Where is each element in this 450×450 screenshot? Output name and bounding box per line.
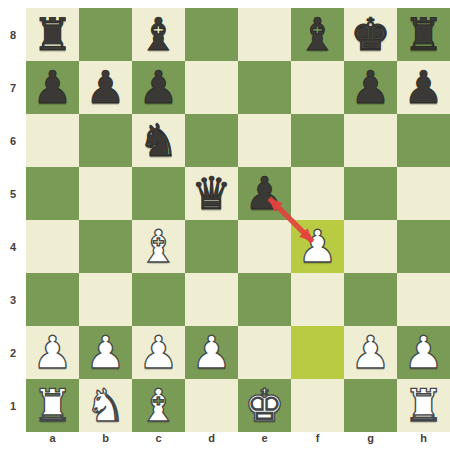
square-h6[interactable] (397, 114, 450, 167)
square-d8[interactable] (185, 8, 238, 61)
square-a1[interactable]: ♜ (26, 379, 79, 432)
file-label-b: b (79, 432, 132, 449)
file-label-h: h (397, 432, 450, 449)
white-pawn[interactable]: ♟ (344, 326, 397, 379)
black-king[interactable]: ♚ (344, 8, 397, 61)
square-h3[interactable] (397, 273, 450, 326)
square-b8[interactable] (79, 8, 132, 61)
white-bishop[interactable]: ♝ (132, 379, 185, 432)
square-b6[interactable] (79, 114, 132, 167)
white-pawn[interactable]: ♟ (79, 326, 132, 379)
square-d4[interactable] (185, 220, 238, 273)
white-knight[interactable]: ♞ (79, 379, 132, 432)
white-pawn[interactable]: ♟ (132, 326, 185, 379)
square-e6[interactable] (238, 114, 291, 167)
square-a5[interactable] (26, 167, 79, 220)
square-c7[interactable]: ♟ (132, 61, 185, 114)
rank-label-8: 8 (0, 8, 26, 61)
square-a7[interactable]: ♟ (26, 61, 79, 114)
square-e1[interactable]: ♚ (238, 379, 291, 432)
rank-label-1: 1 (0, 379, 26, 432)
square-f8[interactable]: ♝ (291, 8, 344, 61)
square-d5[interactable]: ♛ (185, 167, 238, 220)
square-g5[interactable] (344, 167, 397, 220)
black-bishop[interactable]: ♝ (291, 8, 344, 61)
black-pawn[interactable]: ♟ (344, 61, 397, 114)
square-c5[interactable] (132, 167, 185, 220)
black-pawn[interactable]: ♟ (132, 61, 185, 114)
square-h8[interactable]: ♜ (397, 8, 450, 61)
white-pawn[interactable]: ♟ (397, 326, 450, 379)
square-c6[interactable]: ♞ (132, 114, 185, 167)
rank-label-6: 6 (0, 114, 26, 167)
chess-board[interactable]: ♜♝♝♚♜♟♟♟♟♟♞♛♟♝♟♟♟♟♟♟♟♜♞♝♚♜ (26, 8, 450, 432)
square-c1[interactable]: ♝ (132, 379, 185, 432)
square-g7[interactable]: ♟ (344, 61, 397, 114)
square-e5[interactable]: ♟ (238, 167, 291, 220)
rank-label-7: 7 (0, 61, 26, 114)
rank-label-3: 3 (0, 273, 26, 326)
square-a6[interactable] (26, 114, 79, 167)
file-label-f: f (291, 432, 344, 449)
file-label-a: a (26, 432, 79, 449)
square-f5[interactable] (291, 167, 344, 220)
square-g6[interactable] (344, 114, 397, 167)
square-g1[interactable] (344, 379, 397, 432)
square-d6[interactable] (185, 114, 238, 167)
square-c4[interactable]: ♝ (132, 220, 185, 273)
square-h5[interactable] (397, 167, 450, 220)
black-rook[interactable]: ♜ (26, 8, 79, 61)
square-c8[interactable]: ♝ (132, 8, 185, 61)
square-f3[interactable] (291, 273, 344, 326)
square-f7[interactable] (291, 61, 344, 114)
square-a2[interactable]: ♟ (26, 326, 79, 379)
white-rook[interactable]: ♜ (26, 379, 79, 432)
file-label-c: c (132, 432, 185, 449)
square-f4[interactable]: ♟ (291, 220, 344, 273)
square-f6[interactable] (291, 114, 344, 167)
white-pawn[interactable]: ♟ (291, 220, 344, 273)
square-f1[interactable] (291, 379, 344, 432)
file-label-e: e (238, 432, 291, 449)
square-f2[interactable] (291, 326, 344, 379)
rank-labels: 87654321 (0, 8, 26, 432)
square-d3[interactable] (185, 273, 238, 326)
black-pawn[interactable]: ♟ (26, 61, 79, 114)
black-bishop[interactable]: ♝ (132, 8, 185, 61)
square-e4[interactable] (238, 220, 291, 273)
square-g8[interactable]: ♚ (344, 8, 397, 61)
square-a3[interactable] (26, 273, 79, 326)
file-label-d: d (185, 432, 238, 449)
square-c3[interactable] (132, 273, 185, 326)
black-pawn[interactable]: ♟ (238, 167, 291, 220)
square-c2[interactable]: ♟ (132, 326, 185, 379)
square-g3[interactable] (344, 273, 397, 326)
black-rook[interactable]: ♜ (397, 8, 450, 61)
square-d2[interactable]: ♟ (185, 326, 238, 379)
square-e8[interactable] (238, 8, 291, 61)
rank-label-2: 2 (0, 326, 26, 379)
square-b4[interactable] (79, 220, 132, 273)
white-pawn[interactable]: ♟ (185, 326, 238, 379)
square-b1[interactable]: ♞ (79, 379, 132, 432)
square-h2[interactable]: ♟ (397, 326, 450, 379)
white-pawn[interactable]: ♟ (26, 326, 79, 379)
rank-label-4: 4 (0, 220, 26, 273)
file-labels: abcdefgh (26, 432, 450, 449)
file-label-g: g (344, 432, 397, 449)
square-h1[interactable]: ♜ (397, 379, 450, 432)
white-king[interactable]: ♚ (238, 379, 291, 432)
black-knight[interactable]: ♞ (132, 114, 185, 167)
white-rook[interactable]: ♜ (397, 379, 450, 432)
square-e3[interactable] (238, 273, 291, 326)
square-d1[interactable] (185, 379, 238, 432)
black-pawn[interactable]: ♟ (79, 61, 132, 114)
square-b5[interactable] (79, 167, 132, 220)
square-b3[interactable] (79, 273, 132, 326)
square-e7[interactable] (238, 61, 291, 114)
black-queen[interactable]: ♛ (185, 167, 238, 220)
square-e2[interactable] (238, 326, 291, 379)
square-h7[interactable]: ♟ (397, 61, 450, 114)
square-b2[interactable]: ♟ (79, 326, 132, 379)
square-a8[interactable]: ♜ (26, 8, 79, 61)
square-d7[interactable] (185, 61, 238, 114)
rank-label-5: 5 (0, 167, 26, 220)
square-a4[interactable] (26, 220, 79, 273)
black-pawn[interactable]: ♟ (397, 61, 450, 114)
white-bishop[interactable]: ♝ (132, 220, 185, 273)
square-b7[interactable]: ♟ (79, 61, 132, 114)
square-g4[interactable] (344, 220, 397, 273)
square-g2[interactable]: ♟ (344, 326, 397, 379)
square-h4[interactable] (397, 220, 450, 273)
